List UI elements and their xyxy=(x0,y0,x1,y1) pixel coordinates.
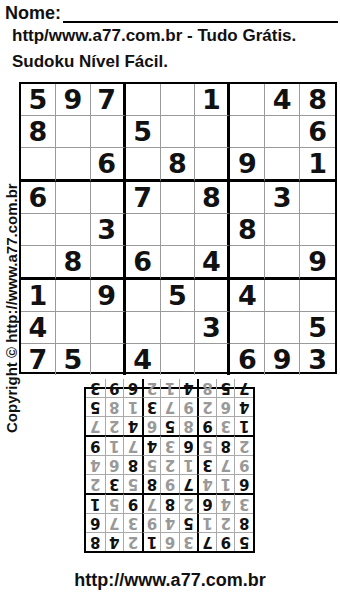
solution-cell-r1c5: 6 xyxy=(160,532,179,551)
name-input-line[interactable] xyxy=(63,2,338,23)
puzzle-cell-r6c4[interactable]: 6 xyxy=(126,246,161,280)
solution-cell-r3c7: 9 xyxy=(123,493,142,513)
solution-cell-r7c7: 4 xyxy=(123,416,142,435)
solution-cell-r6c2: 8 xyxy=(216,435,235,455)
solution-grid: 5973612488215493763462879516147985329731… xyxy=(84,387,255,553)
puzzle-cell-r5c8[interactable] xyxy=(265,214,300,246)
puzzle-cell-r2c9[interactable]: 6 xyxy=(300,116,335,148)
solution-cell-r9c4: 4 xyxy=(179,379,198,397)
solution-cell-r1c9: 8 xyxy=(86,532,105,551)
puzzle-cell-r2c6[interactable] xyxy=(195,116,230,148)
puzzle-cell-r1c9[interactable]: 8 xyxy=(300,84,335,116)
solution-cell-r3c1: 3 xyxy=(234,493,253,513)
puzzle-cell-r8c4[interactable] xyxy=(126,312,161,344)
solution-cell-r8c2: 6 xyxy=(216,397,235,416)
solution-cell-r7c4: 8 xyxy=(179,416,198,435)
solution-cell-r7c9: 7 xyxy=(86,416,105,435)
solution-cell-r6c1: 2 xyxy=(234,435,253,455)
difficulty-title: Sudoku Nível Fácil. xyxy=(12,49,340,75)
solution-cell-r3c8: 5 xyxy=(105,493,124,513)
solution-cell-r7c6: 6 xyxy=(142,416,161,435)
puzzle-cell-r5c3[interactable]: 3 xyxy=(91,214,126,246)
puzzle-cell-r7c7[interactable]: 4 xyxy=(230,280,265,312)
solution-cell-r9c8: 9 xyxy=(105,379,124,397)
solution-cell-r3c6: 7 xyxy=(142,493,161,513)
solution-cell-r2c3: 1 xyxy=(197,513,216,532)
puzzle-cell-r2c5[interactable] xyxy=(161,116,196,148)
puzzle-cell-r3c6[interactable] xyxy=(195,148,230,182)
solution-cell-r1c8: 4 xyxy=(105,532,124,551)
puzzle-cell-r1c1[interactable]: 5 xyxy=(21,84,56,116)
puzzle-cell-r6c7[interactable] xyxy=(230,246,265,280)
puzzle-cell-r4c4[interactable]: 7 xyxy=(126,182,161,214)
solution-cell-r8c3: 2 xyxy=(197,397,216,416)
puzzle-cell-r4c5[interactable] xyxy=(161,182,196,214)
copyright-vertical-text: Copyright © http://www.a77.com.br xyxy=(3,88,21,433)
puzzle-cell-r1c3[interactable]: 7 xyxy=(91,84,126,116)
solution-cell-r5c4: 1 xyxy=(179,455,198,474)
puzzle-cell-r4c3[interactable] xyxy=(91,182,126,214)
puzzle-cell-r3c1[interactable] xyxy=(21,148,56,182)
puzzle-cell-r5c1[interactable] xyxy=(21,214,56,246)
puzzle-cell-r3c3[interactable]: 6 xyxy=(91,148,126,182)
solution-cell-r3c3: 6 xyxy=(197,493,216,513)
puzzle-cell-r7c2[interactable] xyxy=(56,280,91,312)
solution-cell-r2c4: 5 xyxy=(179,513,198,532)
puzzle-cell-r9c6[interactable] xyxy=(195,344,230,375)
puzzle-cell-r9c7[interactable]: 6 xyxy=(230,344,265,375)
puzzle-cell-r7c9[interactable] xyxy=(300,280,335,312)
solution-cell-r5c6: 5 xyxy=(142,455,161,474)
solution-cell-r7c5: 5 xyxy=(160,416,179,435)
name-label: Nome: xyxy=(5,3,61,23)
puzzle-cell-r9c4[interactable]: 4 xyxy=(126,344,161,375)
solution-cell-r4c7: 5 xyxy=(123,474,142,493)
solution-cell-r4c9: 2 xyxy=(86,474,105,493)
solution-cell-r8c4: 9 xyxy=(179,397,198,416)
puzzle-cell-r9c8[interactable]: 9 xyxy=(265,344,300,375)
puzzle-cell-r4c6[interactable]: 8 xyxy=(195,182,230,214)
solution-cell-r7c8: 2 xyxy=(105,416,124,435)
puzzle-cell-r6c2[interactable]: 8 xyxy=(56,246,91,280)
solution-cell-r1c3: 7 xyxy=(197,532,216,551)
puzzle-cell-r3c7[interactable]: 9 xyxy=(230,148,265,182)
solution-cell-r9c7: 6 xyxy=(123,379,142,397)
puzzle-cell-r9c2[interactable]: 5 xyxy=(56,344,91,375)
solution-cell-r9c9: 3 xyxy=(86,379,105,397)
puzzle-cell-r2c3[interactable] xyxy=(91,116,126,148)
solution-cell-r3c4: 2 xyxy=(179,493,198,513)
puzzle-cell-r2c8[interactable] xyxy=(265,116,300,148)
puzzle-cell-r2c2[interactable] xyxy=(56,116,91,148)
solution-cell-r2c9: 6 xyxy=(86,513,105,532)
solution-cell-r5c5: 2 xyxy=(160,455,179,474)
puzzle-cell-r5c6[interactable] xyxy=(195,214,230,246)
solution-cell-r7c3: 9 xyxy=(197,416,216,435)
puzzle-cell-r7c6[interactable] xyxy=(195,280,230,312)
solution-cell-r3c2: 4 xyxy=(216,493,235,513)
solution-cell-r9c5: 1 xyxy=(160,379,179,397)
solution-cell-r9c1: 7 xyxy=(234,379,253,397)
solution-cell-r2c7: 3 xyxy=(123,513,142,532)
puzzle-cell-r2c7[interactable] xyxy=(230,116,265,148)
puzzle-cell-r8c1[interactable]: 4 xyxy=(21,312,56,344)
puzzle-cell-r5c2[interactable] xyxy=(56,214,91,246)
puzzle-cell-r1c8[interactable]: 4 xyxy=(265,84,300,116)
puzzle-cell-r1c5[interactable] xyxy=(161,84,196,116)
solution-cell-r8c5: 7 xyxy=(160,397,179,416)
solution-cell-r6c6: 4 xyxy=(142,435,161,455)
solution-cell-r6c3: 5 xyxy=(197,435,216,455)
puzzle-cell-r8c3[interactable] xyxy=(91,312,126,344)
puzzle-cell-r9c3[interactable] xyxy=(91,344,126,375)
puzzle-cell-r4c8[interactable]: 3 xyxy=(265,182,300,214)
puzzle-cell-r6c3[interactable] xyxy=(91,246,126,280)
solution-cell-r5c1: 9 xyxy=(234,455,253,474)
solution-cell-r1c6: 1 xyxy=(142,532,161,551)
puzzle-cell-r5c5[interactable] xyxy=(161,214,196,246)
solution-cell-r9c6: 2 xyxy=(142,379,161,397)
puzzle-cell-r7c8[interactable] xyxy=(265,280,300,312)
puzzle-cell-r7c4[interactable] xyxy=(126,280,161,312)
puzzle-cell-r1c2[interactable]: 9 xyxy=(56,84,91,116)
solution-cell-r4c5: 9 xyxy=(160,474,179,493)
solution-cell-r5c8: 6 xyxy=(105,455,124,474)
puzzle-cell-r5c4[interactable] xyxy=(126,214,161,246)
puzzle-cell-r8c8[interactable] xyxy=(265,312,300,344)
puzzle-cell-r7c5[interactable]: 5 xyxy=(161,280,196,312)
puzzle-cell-r3c5[interactable]: 8 xyxy=(161,148,196,182)
site-title: http/www.a77.com.br - Tudo Grátis. xyxy=(12,23,340,49)
puzzle-cell-r1c7[interactable] xyxy=(230,84,265,116)
solution-cell-r9c3: 8 xyxy=(197,379,216,397)
solution-cell-r2c6: 9 xyxy=(142,513,161,532)
puzzle-cell-r6c1[interactable] xyxy=(21,246,56,280)
solution-cell-r6c9: 9 xyxy=(86,435,105,455)
puzzle-grid: 597148856689167833886491954435754693 xyxy=(19,82,337,374)
puzzle-cell-r2c1[interactable]: 8 xyxy=(21,116,56,148)
solution-cell-r9c2: 5 xyxy=(216,379,235,397)
solution-cell-r8c8: 8 xyxy=(105,397,124,416)
solution-cell-r2c5: 4 xyxy=(160,513,179,532)
solution-cell-r1c4: 3 xyxy=(179,532,198,551)
puzzle-cell-r4c1[interactable]: 6 xyxy=(21,182,56,214)
puzzle-cell-r8c9[interactable]: 5 xyxy=(300,312,335,344)
puzzle-cell-r3c2[interactable] xyxy=(56,148,91,182)
solution-cell-r4c8: 3 xyxy=(105,474,124,493)
solution-cell-r5c2: 7 xyxy=(216,455,235,474)
solution-cell-r7c2: 3 xyxy=(216,416,235,435)
puzzle-cell-r7c3[interactable]: 9 xyxy=(91,280,126,312)
puzzle-cell-r8c2[interactable] xyxy=(56,312,91,344)
puzzle-cell-r5c7[interactable]: 8 xyxy=(230,214,265,246)
solution-cell-r8c6: 3 xyxy=(142,397,161,416)
puzzle-cell-r4c7[interactable] xyxy=(230,182,265,214)
puzzle-cell-r4c9[interactable] xyxy=(300,182,335,214)
solution-cell-r4c6: 8 xyxy=(142,474,161,493)
puzzle-cell-r8c7[interactable] xyxy=(230,312,265,344)
solution-cell-r5c9: 4 xyxy=(86,455,105,474)
puzzle-cell-r3c8[interactable] xyxy=(265,148,300,182)
solution-cell-r8c9: 5 xyxy=(86,397,105,416)
solution-cell-r5c7: 8 xyxy=(123,455,142,474)
solution-cell-r6c5: 3 xyxy=(160,435,179,455)
solution-cell-r1c1: 5 xyxy=(234,532,253,551)
puzzle-cell-r7c1[interactable]: 1 xyxy=(21,280,56,312)
puzzle-cell-r4c2[interactable] xyxy=(56,182,91,214)
solution-cell-r7c1: 1 xyxy=(234,416,253,435)
solution-cell-r8c7: 1 xyxy=(123,397,142,416)
solution-cell-r1c2: 9 xyxy=(216,532,235,551)
solution-cell-r5c3: 3 xyxy=(197,455,216,474)
puzzle-cell-r6c9[interactable]: 9 xyxy=(300,246,335,280)
footer-url: http://www.a77.com.br xyxy=(0,569,340,591)
solution-cell-r4c4: 7 xyxy=(179,474,198,493)
solution-cell-r4c1: 6 xyxy=(234,474,253,493)
solution-cell-r8c1: 4 xyxy=(234,397,253,416)
puzzle-cell-r6c5[interactable] xyxy=(161,246,196,280)
solution-cell-r6c4: 6 xyxy=(179,435,198,455)
puzzle-cell-r8c5[interactable] xyxy=(161,312,196,344)
puzzle-cell-r3c9[interactable]: 1 xyxy=(300,148,335,182)
solution-cell-r2c1: 8 xyxy=(234,513,253,532)
solution-cell-r3c9: 1 xyxy=(86,493,105,513)
puzzle-cell-r6c8[interactable] xyxy=(265,246,300,280)
solution-cell-r6c8: 1 xyxy=(105,435,124,455)
solution-cell-r4c2: 1 xyxy=(216,474,235,493)
solution-cell-r2c8: 7 xyxy=(105,513,124,532)
solution-cell-r4c3: 4 xyxy=(197,474,216,493)
puzzle-cell-r2c4[interactable]: 5 xyxy=(126,116,161,148)
solution-cell-r1c7: 2 xyxy=(123,532,142,551)
puzzle-cell-r1c6[interactable]: 1 xyxy=(195,84,230,116)
puzzle-cell-r9c5[interactable] xyxy=(161,344,196,375)
puzzle-cell-r6c6[interactable]: 4 xyxy=(195,246,230,280)
solution-cell-r3c5: 8 xyxy=(160,493,179,513)
name-row: Nome: xyxy=(5,3,338,23)
puzzle-cell-r9c9[interactable]: 3 xyxy=(300,344,335,375)
puzzle-cell-r3c4[interactable] xyxy=(126,148,161,182)
puzzle-cell-r5c9[interactable] xyxy=(300,214,335,246)
solution-cell-r2c2: 2 xyxy=(216,513,235,532)
puzzle-cell-r1c4[interactable] xyxy=(126,84,161,116)
puzzle-cell-r9c1[interactable]: 7 xyxy=(21,344,56,375)
puzzle-cell-r8c6[interactable]: 3 xyxy=(195,312,230,344)
solution-cell-r6c7: 7 xyxy=(123,435,142,455)
